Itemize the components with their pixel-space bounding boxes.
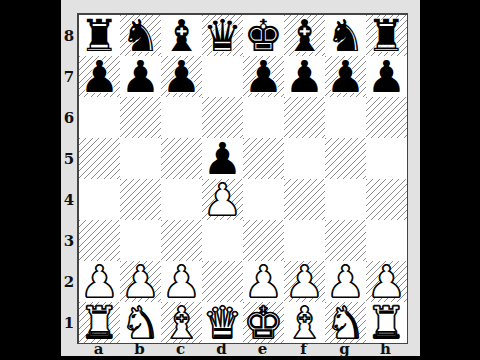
square-e8: ♚ [243, 15, 284, 56]
rank-label-8: 8 [61, 15, 77, 56]
square-g5 [325, 138, 366, 179]
square-d8: ♛ [202, 15, 243, 56]
square-d3 [202, 220, 243, 261]
square-e4 [243, 179, 284, 220]
square-b7: ♟ [120, 56, 161, 97]
square-a3 [79, 220, 120, 261]
white-queen: ♛ [203, 301, 242, 345]
square-a4 [79, 179, 120, 220]
black-pawn: ♟ [244, 55, 283, 99]
square-f2: ♟ [284, 261, 325, 302]
file-label-e: e [242, 343, 283, 356]
square-b8: ♞ [120, 15, 161, 56]
square-e7: ♟ [243, 56, 284, 97]
square-d5: ♟ [202, 138, 243, 179]
square-f7: ♟ [284, 56, 325, 97]
square-g6 [325, 97, 366, 138]
square-a6 [79, 97, 120, 138]
square-d4: ♟ [202, 179, 243, 220]
square-b4 [120, 179, 161, 220]
square-f5 [284, 138, 325, 179]
square-c5 [161, 138, 202, 179]
letterbox-left [0, 0, 61, 360]
square-e3 [243, 220, 284, 261]
square-c3 [161, 220, 202, 261]
square-a7: ♟ [79, 56, 120, 97]
square-e5 [243, 138, 284, 179]
square-c7: ♟ [161, 56, 202, 97]
file-label-h: h [365, 343, 406, 356]
square-c1: ♝ [161, 302, 202, 343]
black-pawn: ♟ [162, 55, 201, 99]
black-pawn: ♟ [285, 55, 324, 99]
square-h2: ♟ [366, 261, 407, 302]
file-label-g: g [324, 343, 365, 356]
file-labels: abcdefgh [78, 343, 408, 356]
white-knight: ♞ [121, 301, 160, 345]
black-pawn: ♟ [326, 55, 365, 99]
square-f6 [284, 97, 325, 138]
square-g8: ♞ [325, 15, 366, 56]
black-pawn: ♟ [121, 55, 160, 99]
square-f8: ♝ [284, 15, 325, 56]
rank-label-4: 4 [61, 179, 77, 220]
square-g2: ♟ [325, 261, 366, 302]
square-e2: ♟ [243, 261, 284, 302]
rank-label-5: 5 [61, 138, 77, 179]
square-b6 [120, 97, 161, 138]
file-label-c: c [160, 343, 201, 356]
square-g3 [325, 220, 366, 261]
file-label-a: a [78, 343, 119, 356]
black-queen: ♛ [203, 14, 242, 58]
white-king: ♚ [244, 301, 283, 345]
square-h5 [366, 138, 407, 179]
square-b5 [120, 138, 161, 179]
white-knight: ♞ [326, 301, 365, 345]
square-a1: ♜ [79, 302, 120, 343]
square-h4 [366, 179, 407, 220]
square-c2: ♟ [161, 261, 202, 302]
square-d6 [202, 97, 243, 138]
square-e1: ♚ [243, 302, 284, 343]
square-f1: ♝ [284, 302, 325, 343]
chess-diagram-frame: 87654321 ♜♞♝♛♚♝♞♜♟♟♟♟♟♟♟♟♟♟♟♟♟♟♟♟♜♞♝♛♚♝♞… [61, 0, 420, 356]
square-g1: ♞ [325, 302, 366, 343]
square-c8: ♝ [161, 15, 202, 56]
square-h3 [366, 220, 407, 261]
square-g7: ♟ [325, 56, 366, 97]
file-label-b: b [119, 343, 160, 356]
square-e6 [243, 97, 284, 138]
white-pawn: ♟ [203, 178, 242, 222]
square-f4 [284, 179, 325, 220]
square-c4 [161, 179, 202, 220]
rank-label-3: 3 [61, 220, 77, 261]
square-h8: ♜ [366, 15, 407, 56]
white-rook: ♜ [80, 301, 119, 345]
board: ♜♞♝♛♚♝♞♜♟♟♟♟♟♟♟♟♟♟♟♟♟♟♟♟♜♞♝♛♚♝♞♜ [77, 13, 408, 344]
square-g4 [325, 179, 366, 220]
rank-labels: 87654321 [61, 15, 77, 343]
file-label-f: f [283, 343, 324, 356]
square-f3 [284, 220, 325, 261]
square-b1: ♞ [120, 302, 161, 343]
rank-label-2: 2 [61, 261, 77, 302]
square-c6 [161, 97, 202, 138]
rank-label-1: 1 [61, 302, 77, 343]
square-a5 [79, 138, 120, 179]
file-label-d: d [201, 343, 242, 356]
letterbox-bottom [61, 356, 420, 360]
black-pawn: ♟ [80, 55, 119, 99]
square-a8: ♜ [79, 15, 120, 56]
square-h1: ♜ [366, 302, 407, 343]
black-pawn: ♟ [367, 55, 406, 99]
white-bishop: ♝ [285, 301, 324, 345]
square-a2: ♟ [79, 261, 120, 302]
rank-label-7: 7 [61, 56, 77, 97]
square-h7: ♟ [366, 56, 407, 97]
square-b3 [120, 220, 161, 261]
square-h6 [366, 97, 407, 138]
white-bishop: ♝ [162, 301, 201, 345]
letterbox-right [420, 0, 480, 360]
square-d1: ♛ [202, 302, 243, 343]
square-d2 [202, 261, 243, 302]
square-d7 [202, 56, 243, 97]
rank-label-6: 6 [61, 97, 77, 138]
white-rook: ♜ [367, 301, 406, 345]
square-b2: ♟ [120, 261, 161, 302]
